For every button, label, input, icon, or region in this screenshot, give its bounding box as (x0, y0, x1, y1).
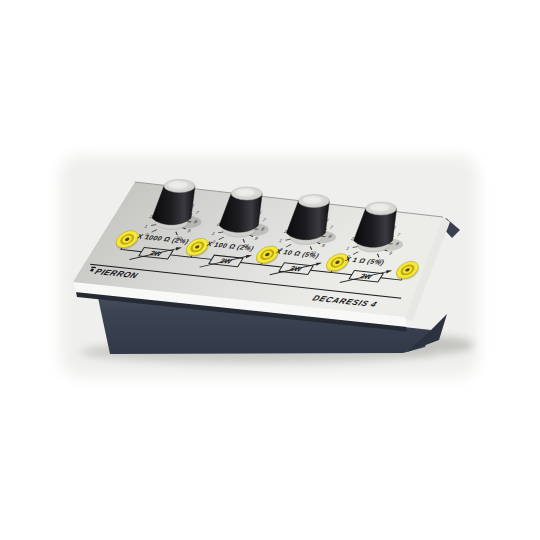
knob-cap-highlight (169, 181, 188, 189)
product-photo: PIERRON DECARESIS 4 2W2W2W2W012345678910… (0, 0, 540, 540)
knob-cap-highlight (303, 196, 322, 204)
knob-cap-highlight (370, 204, 389, 212)
knob-cap-highlight (236, 189, 255, 197)
decade-resistance-box-scene: PIERRON DECARESIS 4 2W2W2W2W012345678910… (0, 0, 540, 540)
